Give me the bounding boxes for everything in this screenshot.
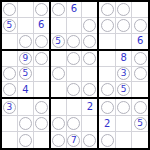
odd-marker-circle [67,117,80,130]
cell-r9c7[interactable] [99,132,115,148]
cell-r2c8[interactable] [116,18,132,33]
cell-r7c5[interactable] [67,99,82,115]
odd-marker-circle [101,3,114,16]
odd-marker-circle: 5 [52,35,65,48]
odd-marker-circle [52,67,65,80]
cell-r6c1[interactable] [2,82,17,97]
cell-r6c9[interactable] [132,82,148,97]
cell-r9c2[interactable] [18,132,33,148]
odd-marker-circle: 5 [3,19,16,32]
cell-r7c8[interactable] [116,99,132,115]
cell-r8c9[interactable]: 5 [132,116,148,132]
odd-marker-circle [134,52,147,65]
cell-r2c1[interactable]: 5 [2,18,17,33]
cell-r6c8[interactable]: 5 [116,82,132,97]
odd-marker-circle: 3 [3,101,16,114]
cell-r8c8[interactable] [116,116,132,132]
cell-r8c1[interactable] [2,116,17,132]
odd-marker-circle: 5 [117,83,130,96]
odd-marker-circle [83,83,96,96]
cell-r7c4[interactable] [51,99,66,115]
given-digit: 6 [137,36,143,46]
cell-r1c7[interactable] [99,2,115,17]
given-digit: 3 [7,103,13,112]
cell-r9c4[interactable] [51,132,66,148]
cell-r8c3[interactable] [34,116,49,132]
given-digit: 2 [87,102,93,112]
cell-r4c1[interactable] [2,51,17,66]
cell-r7c6[interactable]: 2 [82,99,97,115]
cell-r3c3[interactable] [34,34,49,49]
cell-r9c6[interactable] [82,132,97,148]
cell-r6c3[interactable] [34,82,49,97]
cell-r4c7[interactable] [99,51,115,66]
box-3: 6 [99,2,148,51]
given-digit: 3 [121,69,127,78]
box-6: 835 [99,51,148,100]
cell-r8c4[interactable] [51,116,66,132]
box-9: 25 [99,99,148,148]
cell-r4c6[interactable] [82,51,97,66]
cell-r8c5[interactable] [67,116,82,132]
given-digit: 5 [22,69,28,78]
cell-r5c2[interactable]: 5 [18,67,33,82]
cell-r1c1[interactable] [2,2,17,17]
cell-r1c9[interactable] [132,2,148,17]
given-digit: 8 [120,53,126,63]
cell-r7c2[interactable] [18,99,33,115]
cell-r4c5[interactable] [67,51,82,66]
odd-marker-circle [101,19,114,32]
odd-marker-circle [35,117,48,130]
cell-r9c8[interactable] [116,132,132,148]
odd-marker-circle: 7 [67,134,80,147]
cell-r6c6[interactable] [82,82,97,97]
given-digit: 9 [22,54,28,63]
odd-marker-circle [117,101,130,114]
given-digit: 2 [104,119,110,129]
box-2: 65 [51,2,100,51]
cell-r4c9[interactable] [132,51,148,66]
cell-r8c6[interactable] [82,116,97,132]
given-digit: 6 [71,4,77,14]
cell-r2c7[interactable] [99,18,115,33]
cell-r7c3[interactable] [34,99,49,115]
box-8: 27 [51,99,100,148]
odd-marker-circle [35,101,48,114]
cell-r3c8[interactable] [116,34,132,49]
box-1: 56 [2,2,51,51]
cell-r6c2[interactable]: 4 [18,82,33,97]
cell-r1c2[interactable] [18,2,33,17]
cell-r6c4[interactable] [51,82,66,97]
cell-r1c5[interactable]: 6 [67,2,82,17]
odd-marker-circle [83,19,96,32]
cell-r1c6[interactable] [82,2,97,17]
odd-marker-circle [134,101,147,114]
odd-marker-circle [67,52,80,65]
cell-r2c2[interactable] [18,18,33,33]
given-digit: 5 [137,119,143,128]
cell-r6c5[interactable] [67,82,82,97]
odd-marker-circle [52,117,65,130]
odd-marker-circle: 5 [134,117,147,130]
odd-marker-circle: 9 [19,52,32,65]
cell-r5c5[interactable] [67,67,82,82]
cell-r5c9[interactable] [132,67,148,82]
cell-r1c3[interactable] [34,2,49,17]
cell-r9c9[interactable] [132,132,148,148]
odd-marker-circle [101,134,114,147]
cell-r4c8[interactable]: 8 [116,51,132,66]
sudoku-board: 5665695483532725 [0,0,150,150]
cell-r4c2[interactable]: 9 [18,51,33,66]
cell-r7c7[interactable] [99,99,115,115]
cell-r9c5[interactable]: 7 [67,132,82,148]
odd-marker-circle [19,117,32,130]
odd-marker-circle [35,35,48,48]
odd-marker-circle [3,3,16,16]
cell-r3c2[interactable] [18,34,33,49]
odd-marker-circle [83,52,96,65]
cell-r3c1[interactable] [2,34,17,49]
cell-r8c2[interactable] [18,116,33,132]
given-digit: 4 [22,85,28,95]
cell-r8c7[interactable]: 2 [99,116,115,132]
cell-r6c7[interactable] [99,82,115,97]
odd-marker-circle [52,3,65,16]
cell-r3c7[interactable] [99,34,115,49]
given-digit: 5 [55,37,61,46]
odd-marker-circle [134,19,147,32]
cell-r4c4[interactable] [51,51,66,66]
cell-r7c9[interactable] [132,99,148,115]
cell-r5c3[interactable] [34,67,49,82]
odd-marker-circle [52,134,65,147]
cell-r2c5[interactable] [67,18,82,33]
odd-marker-circle [83,35,96,48]
box-7: 3 [2,99,51,148]
cell-r1c8[interactable] [116,2,132,17]
given-digit: 6 [38,20,44,30]
cell-r2c3[interactable]: 6 [34,18,49,33]
cell-r3c6[interactable] [82,34,97,49]
odd-marker-circle [101,101,114,114]
cell-r4c3[interactable] [34,51,49,66]
box-4: 954 [2,51,51,100]
odd-marker-circle [117,19,130,32]
odd-marker-circle [35,3,48,16]
odd-marker-circle [101,83,114,96]
box-5 [51,51,100,100]
cell-r1c4[interactable] [51,2,66,17]
given-digit: 5 [121,85,127,94]
odd-marker-circle: 3 [117,67,130,80]
cell-r5c7[interactable] [99,67,115,82]
cell-r7c1[interactable]: 3 [2,99,17,115]
cell-r2c9[interactable] [132,18,148,33]
cell-r2c6[interactable] [82,18,97,33]
odd-marker-circle: 5 [19,67,32,80]
cell-r5c4[interactable] [51,67,66,82]
odd-marker-circle [19,134,32,147]
odd-marker-circle [3,83,16,96]
cell-r3c4[interactable]: 5 [51,34,66,49]
cell-r5c1[interactable] [2,67,17,82]
given-digit: 5 [7,21,13,30]
odd-marker-circle [83,134,96,147]
odd-marker-circle [35,52,48,65]
cell-r3c5[interactable] [67,34,82,49]
cell-r2c4[interactable] [51,18,66,33]
cell-r3c9[interactable]: 6 [132,34,148,49]
odd-marker-circle [134,67,147,80]
odd-marker-circle [3,67,16,80]
odd-marker-circle [117,3,130,16]
cell-r5c6[interactable] [82,67,97,82]
odd-marker-circle [67,83,80,96]
odd-marker-circle [19,35,32,48]
odd-marker-circle [67,35,80,48]
cell-r9c3[interactable] [34,132,49,148]
given-digit: 7 [71,136,77,145]
cell-r5c8[interactable]: 3 [116,67,132,82]
cell-r9c1[interactable] [2,132,17,148]
